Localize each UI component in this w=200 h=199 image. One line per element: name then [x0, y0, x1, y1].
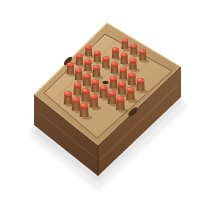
peg-cap-highlight	[86, 60, 89, 61]
peg-cap-highlight	[109, 92, 112, 94]
peg-cap-top	[74, 82, 82, 87]
peg-cap-top	[120, 67, 127, 71]
peg-cap-highlight	[77, 54, 80, 55]
peg-cap-highlight	[132, 45, 135, 46]
peg-cap-top	[93, 65, 100, 69]
peg-cap-highlight	[83, 89, 86, 91]
solitaire-board	[0, 0, 200, 199]
peg-cap-highlight	[86, 46, 89, 47]
peg-cap-top	[90, 94, 98, 99]
peg-cap-highlight	[91, 95, 94, 97]
peg-cap-highlight	[68, 63, 71, 64]
peg-cap-top	[75, 68, 82, 72]
peg-cap-highlight	[81, 104, 84, 106]
peg-cap-top	[83, 74, 91, 78]
peg-cap-highlight	[113, 48, 116, 49]
peg-cap-highlight	[123, 39, 126, 40]
peg-cap-highlight	[94, 66, 97, 67]
peg-cap-highlight	[140, 50, 143, 51]
peg-cap-highlight	[93, 80, 96, 82]
peg-cap-highlight	[111, 77, 114, 79]
peg-cap-highlight	[128, 88, 131, 90]
hole-r3c3[interactable]	[102, 81, 108, 84]
peg-cap-highlight	[65, 92, 68, 94]
peg-cap-top	[111, 62, 118, 66]
product-photo	[0, 0, 200, 199]
peg-cap-highlight	[112, 62, 115, 63]
peg-cap-highlight	[73, 98, 76, 100]
peg-cap-highlight	[131, 59, 134, 60]
peg-cap-top	[72, 97, 80, 102]
peg-cap-highlight	[119, 83, 122, 85]
peg-cap-top	[121, 53, 128, 57]
peg-cap-highlight	[138, 79, 141, 81]
peg-cap-highlight	[76, 69, 79, 70]
peg-cap-highlight	[75, 83, 78, 85]
peg-cap-top	[139, 49, 146, 53]
peg-cap-top	[116, 96, 124, 101]
peg-cap-highlight	[95, 51, 98, 52]
peg-cap-top	[67, 62, 74, 66]
peg-cap-highlight	[104, 57, 107, 58]
peg-cap-highlight	[101, 86, 104, 88]
peg-cap-highlight	[122, 53, 125, 54]
peg-cap-top	[94, 51, 101, 55]
peg-cap-top	[112, 47, 119, 51]
peg-cap-highlight	[84, 75, 87, 76]
peg-cap-top	[122, 38, 129, 42]
peg-cap-highlight	[118, 97, 121, 99]
peg-cap-highlight	[121, 68, 124, 69]
peg-cap-highlight	[129, 73, 132, 74]
peg-cap-top	[76, 54, 83, 58]
